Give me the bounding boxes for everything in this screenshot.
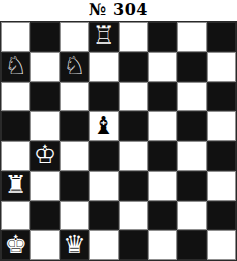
square-f8[interactable] [148, 22, 177, 52]
black-king: ♔ [34, 142, 56, 167]
square-g2[interactable] [177, 201, 206, 231]
square-d6[interactable] [89, 82, 118, 112]
white-queen: ♛ [63, 232, 85, 257]
square-e1[interactable] [119, 230, 148, 260]
square-h8[interactable] [207, 22, 236, 52]
square-h4[interactable] [207, 141, 236, 171]
square-c3[interactable] [60, 171, 89, 201]
square-d7[interactable] [89, 52, 118, 82]
square-h7[interactable] [207, 52, 236, 82]
chess-board: ♖♘♘♝♔♜♚♛ [0, 21, 237, 261]
square-d4[interactable] [89, 141, 118, 171]
square-f5[interactable] [148, 111, 177, 141]
white-king: ♚ [4, 232, 26, 257]
white-rook: ♜ [4, 172, 26, 197]
black-bishop: ♝ [93, 113, 115, 138]
black-knight: ♘ [63, 53, 85, 78]
square-c8[interactable] [60, 22, 89, 52]
square-d5[interactable]: ♝ [89, 111, 118, 141]
square-e7[interactable] [119, 52, 148, 82]
square-a5[interactable] [1, 111, 30, 141]
square-e4[interactable] [119, 141, 148, 171]
square-b2[interactable] [30, 201, 59, 231]
problem-number-title: № 304 [0, 0, 237, 21]
square-b7[interactable] [30, 52, 59, 82]
square-c1[interactable]: ♛ [60, 230, 89, 260]
square-g1[interactable] [177, 230, 206, 260]
square-h6[interactable] [207, 82, 236, 112]
black-knight: ♘ [4, 53, 26, 78]
square-b1[interactable] [30, 230, 59, 260]
square-f3[interactable] [148, 171, 177, 201]
square-a6[interactable] [1, 82, 30, 112]
square-g4[interactable] [177, 141, 206, 171]
square-h3[interactable] [207, 171, 236, 201]
square-f7[interactable] [148, 52, 177, 82]
square-h1[interactable] [207, 230, 236, 260]
square-g7[interactable] [177, 52, 206, 82]
square-c7[interactable]: ♘ [60, 52, 89, 82]
square-g8[interactable] [177, 22, 206, 52]
square-h5[interactable] [207, 111, 236, 141]
square-a1[interactable]: ♚ [1, 230, 30, 260]
square-c5[interactable] [60, 111, 89, 141]
square-a8[interactable] [1, 22, 30, 52]
square-f4[interactable] [148, 141, 177, 171]
chess-problem-diagram: № 304 ♖♘♘♝♔♜♚♛ [0, 0, 237, 261]
square-e5[interactable] [119, 111, 148, 141]
square-b6[interactable] [30, 82, 59, 112]
square-d2[interactable] [89, 201, 118, 231]
square-e3[interactable] [119, 171, 148, 201]
square-h2[interactable] [207, 201, 236, 231]
square-e8[interactable] [119, 22, 148, 52]
square-b4[interactable]: ♔ [30, 141, 59, 171]
square-c6[interactable] [60, 82, 89, 112]
square-d8[interactable]: ♖ [89, 22, 118, 52]
square-d1[interactable] [89, 230, 118, 260]
black-rook: ♖ [93, 23, 115, 48]
square-e2[interactable] [119, 201, 148, 231]
square-c2[interactable] [60, 201, 89, 231]
square-b8[interactable] [30, 22, 59, 52]
square-e6[interactable] [119, 82, 148, 112]
square-g5[interactable] [177, 111, 206, 141]
square-a2[interactable] [1, 201, 30, 231]
square-f2[interactable] [148, 201, 177, 231]
square-f1[interactable] [148, 230, 177, 260]
square-g3[interactable] [177, 171, 206, 201]
square-b3[interactable] [30, 171, 59, 201]
square-b5[interactable] [30, 111, 59, 141]
square-d3[interactable] [89, 171, 118, 201]
square-f6[interactable] [148, 82, 177, 112]
square-a7[interactable]: ♘ [1, 52, 30, 82]
square-a3[interactable]: ♜ [1, 171, 30, 201]
square-a4[interactable] [1, 141, 30, 171]
square-c4[interactable] [60, 141, 89, 171]
square-g6[interactable] [177, 82, 206, 112]
